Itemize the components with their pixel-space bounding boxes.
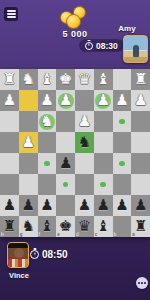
file-coordinate-label: c <box>95 232 98 237</box>
square-c1[interactable]: ♝ <box>94 69 113 90</box>
square-h6[interactable] <box>0 174 19 195</box>
square-b3[interactable] <box>113 111 132 132</box>
square-b1[interactable] <box>113 69 132 90</box>
square-a8[interactable]: a♜ <box>131 216 150 237</box>
square-g4[interactable]: ♟ <box>19 132 38 153</box>
square-f5[interactable] <box>38 153 57 174</box>
hamburger-menu-button[interactable] <box>4 7 18 21</box>
square-f6[interactable] <box>38 174 57 195</box>
square-h7[interactable]: ♟ <box>0 195 19 216</box>
square-f1[interactable]: ♝ <box>38 69 57 90</box>
square-g6[interactable] <box>19 174 38 195</box>
white-rook: ♜ <box>3 69 16 90</box>
square-c8[interactable]: c♝ <box>94 216 113 237</box>
player-name: Vince <box>4 271 34 280</box>
file-coordinate-label: d <box>76 232 79 237</box>
square-e8[interactable]: e♚ <box>56 216 75 237</box>
square-g3[interactable] <box>19 111 38 132</box>
square-a1[interactable]: ♜ <box>131 69 150 90</box>
black-king: ♚ <box>59 216 72 237</box>
white-bishop: ♝ <box>40 69 53 90</box>
black-pawn: ♟ <box>59 153 72 174</box>
coins-balance-button[interactable] <box>58 4 92 30</box>
black-pawn: ♟ <box>115 195 128 216</box>
file-coordinate-label: g <box>20 232 23 237</box>
opponent-avatar[interactable] <box>123 35 148 63</box>
square-e7[interactable] <box>56 195 75 216</box>
square-d1[interactable]: ♛ <box>75 69 94 90</box>
player-clock-value: 08:50 <box>42 249 68 260</box>
square-h3[interactable] <box>0 111 19 132</box>
square-h8[interactable]: h♜ <box>0 216 19 237</box>
square-h5[interactable] <box>0 153 19 174</box>
black-pawn: ♟ <box>134 195 147 216</box>
square-g8[interactable]: g♞ <box>19 216 38 237</box>
black-bishop: ♝ <box>96 216 109 237</box>
legal-move-dot <box>119 161 125 167</box>
square-h1[interactable]: ♜ <box>0 69 19 90</box>
white-pawn: ♟ <box>96 90 109 111</box>
file-coordinate-label: e <box>57 232 60 237</box>
square-a4[interactable] <box>131 132 150 153</box>
square-b2[interactable]: ♟ <box>113 90 132 111</box>
square-c7[interactable]: ♟ <box>94 195 113 216</box>
square-g5[interactable] <box>19 153 38 174</box>
square-c3[interactable] <box>94 111 113 132</box>
square-b7[interactable]: ♟ <box>113 195 132 216</box>
square-e6[interactable] <box>56 174 75 195</box>
white-pawn: ♟ <box>40 90 53 111</box>
opponent-clock: 08:30 <box>79 39 124 52</box>
black-pawn: ♟ <box>96 195 109 216</box>
black-rook: ♜ <box>3 216 16 237</box>
white-pawn: ♟ <box>78 111 91 132</box>
square-e1[interactable]: ♚ <box>56 69 75 90</box>
square-a6[interactable] <box>131 174 150 195</box>
square-f3[interactable]: ♞ <box>38 111 57 132</box>
more-options-button[interactable] <box>136 277 148 289</box>
chess-board: ♜♞♝♚♛♝♜♟♟♟♟♟♟♞♟♟♞♟♟♟♟♟♟♟♟h♜g♞f♝e♚d♛c♝ba♜ <box>0 69 150 237</box>
white-pawn: ♟ <box>3 90 16 111</box>
square-c2[interactable]: ♟ <box>94 90 113 111</box>
white-king: ♚ <box>59 69 72 90</box>
square-e5[interactable]: ♟ <box>56 153 75 174</box>
square-b6[interactable] <box>113 174 132 195</box>
square-e3[interactable] <box>56 111 75 132</box>
square-b5[interactable] <box>113 153 132 174</box>
chess-app-screen: 5 000 Amy 08:30 ♜♞♝♚♛♝♜♟♟♟♟♟♟♞♟♟♞♟♟♟♟♟♟♟… <box>0 0 150 300</box>
black-knight: ♞ <box>21 216 34 237</box>
legal-move-dot <box>119 119 125 125</box>
black-bishop: ♝ <box>40 216 53 237</box>
file-coordinate-label: h <box>1 232 4 237</box>
square-h4[interactable] <box>0 132 19 153</box>
opponent-name: Amy <box>107 24 147 33</box>
square-e2[interactable]: ♟ <box>56 90 75 111</box>
clock-icon <box>85 42 93 50</box>
hamburger-icon <box>7 10 16 12</box>
white-pawn: ♟ <box>21 132 34 153</box>
black-rook: ♜ <box>134 216 147 237</box>
square-c4[interactable] <box>94 132 113 153</box>
square-e4[interactable] <box>56 132 75 153</box>
white-queen: ♛ <box>78 69 91 90</box>
legal-move-dot <box>44 161 50 167</box>
player-clock: 08:50 <box>30 247 68 262</box>
square-h2[interactable]: ♟ <box>0 90 19 111</box>
white-pawn: ♟ <box>134 90 147 111</box>
square-d4[interactable]: ♞ <box>75 132 94 153</box>
square-d8[interactable]: d♛ <box>75 216 94 237</box>
white-pawn: ♟ <box>115 90 128 111</box>
square-f4[interactable] <box>38 132 57 153</box>
white-knight: ♞ <box>21 69 34 90</box>
square-d7[interactable]: ♟ <box>75 195 94 216</box>
square-b4[interactable] <box>113 132 132 153</box>
square-f8[interactable]: f♝ <box>38 216 57 237</box>
white-bishop: ♝ <box>96 69 109 90</box>
opponent-clock-value: 08:30 <box>96 41 118 51</box>
black-pawn: ♟ <box>40 195 53 216</box>
file-coordinate-label: f <box>39 232 41 237</box>
square-c6[interactable] <box>94 174 113 195</box>
square-c5[interactable] <box>94 153 113 174</box>
player-avatar-photo <box>14 248 24 258</box>
file-coordinate-label: a <box>132 232 135 237</box>
white-rook: ♜ <box>134 69 147 90</box>
black-pawn: ♟ <box>21 195 34 216</box>
clock-icon <box>30 250 39 259</box>
square-a2[interactable]: ♟ <box>131 90 150 111</box>
square-b8[interactable]: b <box>113 216 132 237</box>
legal-move-dot <box>63 182 69 188</box>
file-coordinate-label: b <box>114 232 117 237</box>
square-d5[interactable] <box>75 153 94 174</box>
black-pawn: ♟ <box>3 195 16 216</box>
white-pawn: ♟ <box>59 90 72 111</box>
square-a3[interactable] <box>131 111 150 132</box>
legal-move-dot <box>100 182 106 188</box>
square-a5[interactable] <box>131 153 150 174</box>
coins-balance-value: 5 000 <box>40 29 110 39</box>
black-knight: ♞ <box>78 132 91 153</box>
square-g2[interactable] <box>19 90 38 111</box>
square-f7[interactable]: ♟ <box>38 195 57 216</box>
square-f2[interactable]: ♟ <box>38 90 57 111</box>
black-queen: ♛ <box>78 216 91 237</box>
black-pawn: ♟ <box>78 195 91 216</box>
square-d6[interactable] <box>75 174 94 195</box>
ellipsis-icon <box>138 282 140 284</box>
player-avatar[interactable] <box>7 242 29 268</box>
square-d2[interactable] <box>75 90 94 111</box>
square-d3[interactable]: ♟ <box>75 111 94 132</box>
square-g7[interactable]: ♟ <box>19 195 38 216</box>
white-knight: ♞ <box>40 111 53 132</box>
square-a7[interactable]: ♟ <box>131 195 150 216</box>
opponent-avatar-photo <box>133 45 139 57</box>
square-g1[interactable]: ♞ <box>19 69 38 90</box>
